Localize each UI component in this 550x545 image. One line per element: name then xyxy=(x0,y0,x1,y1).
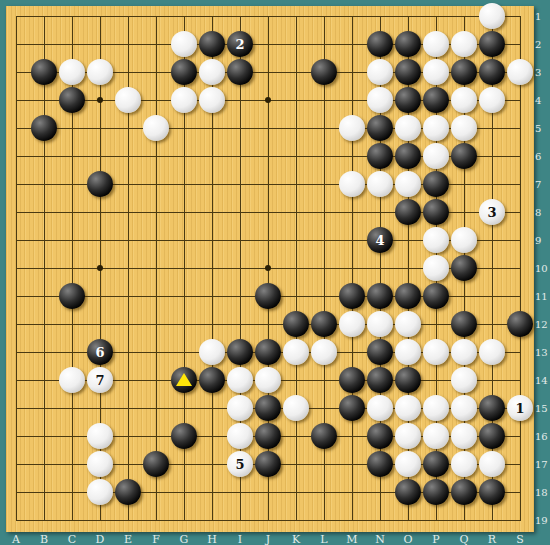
row-label-17: 17 xyxy=(535,459,550,470)
row-label-19: 19 xyxy=(535,515,550,526)
white-stone-P13[interactable] xyxy=(423,339,449,365)
column-label-L: L xyxy=(314,533,334,545)
move-number-label: 6 xyxy=(95,346,104,359)
black-stone-Q3[interactable] xyxy=(451,59,477,85)
white-stone-Q13[interactable] xyxy=(451,339,477,365)
black-stone-Q6[interactable] xyxy=(451,143,477,169)
white-stone-I16[interactable] xyxy=(227,423,253,449)
black-stone-K12[interactable] xyxy=(283,311,309,337)
black-stone-P17[interactable] xyxy=(423,451,449,477)
white-stone-F5[interactable] xyxy=(143,115,169,141)
black-stone-H2[interactable] xyxy=(199,31,225,57)
row-label-15: 15 xyxy=(535,403,550,414)
black-stone-Q18[interactable] xyxy=(451,479,477,505)
white-stone-C14[interactable] xyxy=(59,367,85,393)
black-stone-J15[interactable] xyxy=(255,395,281,421)
white-stone-M5[interactable] xyxy=(339,115,365,141)
white-stone-J14[interactable] xyxy=(255,367,281,393)
black-stone-R15[interactable] xyxy=(479,395,505,421)
column-label-G: G xyxy=(174,533,194,545)
black-stone-J17[interactable] xyxy=(255,451,281,477)
row-label-2: 2 xyxy=(535,39,550,50)
row-label-7: 7 xyxy=(535,179,550,190)
white-stone-C3[interactable] xyxy=(59,59,85,85)
white-stone-Q5[interactable] xyxy=(451,115,477,141)
black-stone-N13[interactable] xyxy=(367,339,393,365)
black-stone-D7[interactable] xyxy=(87,171,113,197)
move-number-label: 5 xyxy=(235,458,244,471)
column-label-J: J xyxy=(258,533,278,545)
row-label-13: 13 xyxy=(535,347,550,358)
white-stone-P15[interactable] xyxy=(423,395,449,421)
black-stone-P4[interactable] xyxy=(423,87,449,113)
black-stone-D13[interactable]: 6 xyxy=(87,339,113,365)
black-stone-N16[interactable] xyxy=(367,423,393,449)
black-stone-I2[interactable]: 2 xyxy=(227,31,253,57)
white-stone-D18[interactable] xyxy=(87,479,113,505)
white-stone-K13[interactable] xyxy=(283,339,309,365)
black-stone-P7[interactable] xyxy=(423,171,449,197)
white-stone-R13[interactable] xyxy=(479,339,505,365)
row-label-5: 5 xyxy=(535,123,550,134)
black-stone-I3[interactable] xyxy=(227,59,253,85)
black-stone-P8[interactable] xyxy=(423,199,449,225)
white-stone-M12[interactable] xyxy=(339,311,365,337)
black-stone-R3[interactable] xyxy=(479,59,505,85)
black-stone-N11[interactable] xyxy=(367,283,393,309)
white-stone-H4[interactable] xyxy=(199,87,225,113)
black-stone-Q10[interactable] xyxy=(451,255,477,281)
black-stone-J16[interactable] xyxy=(255,423,281,449)
black-stone-C4[interactable] xyxy=(59,87,85,113)
column-label-R: R xyxy=(482,533,502,545)
black-stone-O4[interactable] xyxy=(395,87,421,113)
white-stone-Q14[interactable] xyxy=(451,367,477,393)
black-stone-G14[interactable] xyxy=(171,367,197,393)
white-stone-H3[interactable] xyxy=(199,59,225,85)
black-stone-I13[interactable] xyxy=(227,339,253,365)
go-board-window: 2346715 ABCDEFGHIJKLMNOPQRS 123456789101… xyxy=(0,0,550,545)
column-label-E: E xyxy=(118,533,138,545)
white-stone-N12[interactable] xyxy=(367,311,393,337)
black-stone-J13[interactable] xyxy=(255,339,281,365)
white-stone-O5[interactable] xyxy=(395,115,421,141)
black-stone-L16[interactable] xyxy=(311,423,337,449)
black-stone-B3[interactable] xyxy=(31,59,57,85)
black-stone-S12[interactable] xyxy=(507,311,533,337)
black-stone-O14[interactable] xyxy=(395,367,421,393)
white-stone-K15[interactable] xyxy=(283,395,309,421)
column-label-I: I xyxy=(230,533,250,545)
white-stone-N15[interactable] xyxy=(367,395,393,421)
white-stone-R4[interactable] xyxy=(479,87,505,113)
white-stone-D14[interactable]: 7 xyxy=(87,367,113,393)
black-stone-Q12[interactable] xyxy=(451,311,477,337)
black-stone-P18[interactable] xyxy=(423,479,449,505)
black-stone-G16[interactable] xyxy=(171,423,197,449)
white-stone-O15[interactable] xyxy=(395,395,421,421)
black-stone-O2[interactable] xyxy=(395,31,421,57)
column-label-C: C xyxy=(62,533,82,545)
white-stone-G2[interactable] xyxy=(171,31,197,57)
white-stone-Q4[interactable] xyxy=(451,87,477,113)
row-label-12: 12 xyxy=(535,319,550,330)
white-stone-D16[interactable] xyxy=(87,423,113,449)
black-stone-N17[interactable] xyxy=(367,451,393,477)
white-stone-Q9[interactable] xyxy=(451,227,477,253)
white-stone-P6[interactable] xyxy=(423,143,449,169)
white-stone-Q15[interactable] xyxy=(451,395,477,421)
white-stone-Q2[interactable] xyxy=(451,31,477,57)
row-label-1: 1 xyxy=(535,11,550,22)
black-stone-N6[interactable] xyxy=(367,143,393,169)
white-stone-N4[interactable] xyxy=(367,87,393,113)
white-stone-R17[interactable] xyxy=(479,451,505,477)
star-point xyxy=(265,265,271,271)
row-label-18: 18 xyxy=(535,487,550,498)
white-stone-L13[interactable] xyxy=(311,339,337,365)
column-label-H: H xyxy=(202,533,222,545)
white-stone-Q17[interactable] xyxy=(451,451,477,477)
move-number-label: 7 xyxy=(95,374,104,387)
white-stone-O16[interactable] xyxy=(395,423,421,449)
column-label-Q: Q xyxy=(454,533,474,545)
star-point xyxy=(97,97,103,103)
black-stone-L3[interactable] xyxy=(311,59,337,85)
move-number-label: 1 xyxy=(515,402,524,415)
black-stone-N9[interactable]: 4 xyxy=(367,227,393,253)
black-stone-B5[interactable] xyxy=(31,115,57,141)
column-label-N: N xyxy=(370,533,390,545)
black-stone-G3[interactable] xyxy=(171,59,197,85)
white-stone-D17[interactable] xyxy=(87,451,113,477)
column-label-S: S xyxy=(510,533,530,545)
white-stone-O12[interactable] xyxy=(395,311,421,337)
black-stone-F17[interactable] xyxy=(143,451,169,477)
white-stone-E4[interactable] xyxy=(115,87,141,113)
white-stone-G4[interactable] xyxy=(171,87,197,113)
white-stone-Q16[interactable] xyxy=(451,423,477,449)
star-point xyxy=(97,265,103,271)
black-stone-O6[interactable] xyxy=(395,143,421,169)
column-label-K: K xyxy=(286,533,306,545)
white-stone-O17[interactable] xyxy=(395,451,421,477)
white-stone-R1[interactable] xyxy=(479,3,505,29)
triangle-marker-icon xyxy=(176,373,192,386)
row-label-10: 10 xyxy=(535,263,550,274)
white-stone-I15[interactable] xyxy=(227,395,253,421)
black-stone-O18[interactable] xyxy=(395,479,421,505)
star-point xyxy=(265,97,271,103)
black-stone-N2[interactable] xyxy=(367,31,393,57)
white-stone-P10[interactable] xyxy=(423,255,449,281)
black-stone-R16[interactable] xyxy=(479,423,505,449)
black-stone-N5[interactable] xyxy=(367,115,393,141)
black-stone-N14[interactable] xyxy=(367,367,393,393)
column-label-M: M xyxy=(342,533,362,545)
white-stone-R8[interactable]: 3 xyxy=(479,199,505,225)
black-stone-M15[interactable] xyxy=(339,395,365,421)
white-stone-D3[interactable] xyxy=(87,59,113,85)
white-stone-O13[interactable] xyxy=(395,339,421,365)
row-label-8: 8 xyxy=(535,207,550,218)
row-label-4: 4 xyxy=(535,95,550,106)
move-number-label: 4 xyxy=(375,234,384,247)
column-label-A: A xyxy=(6,533,26,545)
white-stone-M7[interactable] xyxy=(339,171,365,197)
white-stone-I14[interactable] xyxy=(227,367,253,393)
black-stone-R18[interactable] xyxy=(479,479,505,505)
row-label-11: 11 xyxy=(535,291,550,302)
black-stone-H14[interactable] xyxy=(199,367,225,393)
column-label-O: O xyxy=(398,533,418,545)
column-label-D: D xyxy=(90,533,110,545)
black-stone-C11[interactable] xyxy=(59,283,85,309)
black-stone-O8[interactable] xyxy=(395,199,421,225)
move-number-label: 3 xyxy=(487,206,496,219)
white-stone-H13[interactable] xyxy=(199,339,225,365)
white-stone-N3[interactable] xyxy=(367,59,393,85)
black-stone-M11[interactable] xyxy=(339,283,365,309)
white-stone-O7[interactable] xyxy=(395,171,421,197)
black-stone-L12[interactable] xyxy=(311,311,337,337)
move-number-label: 2 xyxy=(235,38,244,51)
white-stone-I17[interactable]: 5 xyxy=(227,451,253,477)
row-label-16: 16 xyxy=(535,431,550,442)
row-label-3: 3 xyxy=(535,67,550,78)
row-label-9: 9 xyxy=(535,235,550,246)
white-stone-P3[interactable] xyxy=(423,59,449,85)
white-stone-P16[interactable] xyxy=(423,423,449,449)
white-stone-P2[interactable] xyxy=(423,31,449,57)
white-stone-P5[interactable] xyxy=(423,115,449,141)
black-stone-E18[interactable] xyxy=(115,479,141,505)
black-stone-J11[interactable] xyxy=(255,283,281,309)
column-label-F: F xyxy=(146,533,166,545)
black-stone-R2[interactable] xyxy=(479,31,505,57)
column-label-B: B xyxy=(34,533,54,545)
white-stone-N7[interactable] xyxy=(367,171,393,197)
black-stone-O3[interactable] xyxy=(395,59,421,85)
black-stone-M14[interactable] xyxy=(339,367,365,393)
row-label-14: 14 xyxy=(535,375,550,386)
white-stone-S3[interactable] xyxy=(507,59,533,85)
white-stone-P9[interactable] xyxy=(423,227,449,253)
black-stone-P11[interactable] xyxy=(423,283,449,309)
white-stone-S15[interactable]: 1 xyxy=(507,395,533,421)
column-label-P: P xyxy=(426,533,446,545)
black-stone-O11[interactable] xyxy=(395,283,421,309)
row-label-6: 6 xyxy=(535,151,550,162)
